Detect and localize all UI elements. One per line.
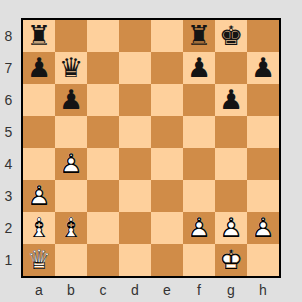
square-g4[interactable] xyxy=(215,148,247,180)
file-label-b: b xyxy=(55,280,87,300)
square-b1[interactable] xyxy=(55,244,87,276)
square-g7[interactable] xyxy=(215,52,247,84)
square-a3[interactable]: ♟♙ xyxy=(23,180,55,212)
chess-diagram: ♜♜♚♟♛♟♟♟♟♟♙♟♙♝♗♝♗♟♙♟♙♟♙♛♕♚♔ 87654321abcd… xyxy=(0,0,302,302)
square-e3[interactable] xyxy=(151,180,183,212)
king-outline-glyph: ♔ xyxy=(215,244,247,276)
white-pawn[interactable]: ♟♙ xyxy=(183,212,215,244)
white-king[interactable]: ♚♔ xyxy=(215,244,247,276)
pawn-glyph: ♟ xyxy=(183,212,215,244)
square-d2[interactable] xyxy=(119,212,151,244)
square-d6[interactable] xyxy=(119,84,151,116)
rook-glyph: ♜ xyxy=(183,20,215,52)
white-pawn[interactable]: ♟♙ xyxy=(247,212,279,244)
white-pawn[interactable]: ♟♙ xyxy=(55,148,87,180)
square-c7[interactable] xyxy=(87,52,119,84)
square-a5[interactable] xyxy=(23,116,55,148)
square-h7[interactable]: ♟ xyxy=(247,52,279,84)
square-b3[interactable] xyxy=(55,180,87,212)
file-label-f: f xyxy=(183,280,215,300)
pawn-glyph: ♟ xyxy=(247,212,279,244)
rank-label-8: 8 xyxy=(0,20,17,52)
square-e8[interactable] xyxy=(151,20,183,52)
file-label-e: e xyxy=(151,280,183,300)
square-e1[interactable] xyxy=(151,244,183,276)
square-c6[interactable] xyxy=(87,84,119,116)
rank-label-1: 1 xyxy=(0,244,17,276)
square-c4[interactable] xyxy=(87,148,119,180)
pawn-glyph: ♟ xyxy=(55,148,87,180)
square-e4[interactable] xyxy=(151,148,183,180)
square-h1[interactable] xyxy=(247,244,279,276)
pawn-glyph: ♟ xyxy=(55,84,87,116)
square-g2[interactable]: ♟♙ xyxy=(215,212,247,244)
square-b2[interactable]: ♝♗ xyxy=(55,212,87,244)
black-pawn[interactable]: ♟ xyxy=(23,52,55,84)
bishop-outline-glyph: ♗ xyxy=(55,212,87,244)
bishop-glyph: ♝ xyxy=(55,212,87,244)
square-b6[interactable]: ♟ xyxy=(55,84,87,116)
rook-glyph: ♜ xyxy=(23,20,55,52)
square-d4[interactable] xyxy=(119,148,151,180)
square-h4[interactable] xyxy=(247,148,279,180)
square-f3[interactable] xyxy=(183,180,215,212)
pawn-glyph: ♟ xyxy=(23,180,55,212)
square-b8[interactable] xyxy=(55,20,87,52)
pawn-outline-glyph: ♙ xyxy=(215,212,247,244)
white-bishop[interactable]: ♝♗ xyxy=(55,212,87,244)
square-f1[interactable] xyxy=(183,244,215,276)
black-pawn[interactable]: ♟ xyxy=(215,84,247,116)
black-rook[interactable]: ♜ xyxy=(23,20,55,52)
square-b7[interactable]: ♛ xyxy=(55,52,87,84)
square-g3[interactable] xyxy=(215,180,247,212)
bishop-outline-glyph: ♗ xyxy=(23,212,55,244)
square-c5[interactable] xyxy=(87,116,119,148)
square-g6[interactable]: ♟ xyxy=(215,84,247,116)
file-label-d: d xyxy=(119,280,151,300)
pawn-outline-glyph: ♙ xyxy=(23,180,55,212)
pawn-glyph: ♟ xyxy=(247,52,279,84)
square-c2[interactable] xyxy=(87,212,119,244)
black-queen[interactable]: ♛ xyxy=(55,52,87,84)
file-label-h: h xyxy=(247,280,279,300)
square-c8[interactable] xyxy=(87,20,119,52)
square-g5[interactable] xyxy=(215,116,247,148)
pawn-glyph: ♟ xyxy=(23,52,55,84)
white-pawn[interactable]: ♟♙ xyxy=(23,180,55,212)
file-label-a: a xyxy=(23,280,55,300)
square-a2[interactable]: ♝♗ xyxy=(23,212,55,244)
square-d1[interactable] xyxy=(119,244,151,276)
rank-label-2: 2 xyxy=(0,212,17,244)
queen-glyph: ♛ xyxy=(55,52,87,84)
king-glyph: ♚ xyxy=(215,20,247,52)
file-label-c: c xyxy=(87,280,119,300)
black-rook[interactable]: ♜ xyxy=(183,20,215,52)
square-g8[interactable]: ♚ xyxy=(215,20,247,52)
square-h2[interactable]: ♟♙ xyxy=(247,212,279,244)
pawn-outline-glyph: ♙ xyxy=(183,212,215,244)
pawn-outline-glyph: ♙ xyxy=(55,148,87,180)
square-e2[interactable] xyxy=(151,212,183,244)
square-b4[interactable]: ♟♙ xyxy=(55,148,87,180)
king-glyph: ♚ xyxy=(215,244,247,276)
queen-outline-glyph: ♕ xyxy=(23,244,55,276)
square-a8[interactable]: ♜ xyxy=(23,20,55,52)
rank-label-3: 3 xyxy=(0,180,17,212)
black-king[interactable]: ♚ xyxy=(215,20,247,52)
square-h6[interactable] xyxy=(247,84,279,116)
square-a1[interactable]: ♛♕ xyxy=(23,244,55,276)
chess-board: ♜♜♚♟♛♟♟♟♟♟♙♟♙♝♗♝♗♟♙♟♙♟♙♛♕♚♔ xyxy=(21,18,281,278)
square-d7[interactable] xyxy=(119,52,151,84)
rank-label-6: 6 xyxy=(0,84,17,116)
square-f4[interactable] xyxy=(183,148,215,180)
white-bishop[interactable]: ♝♗ xyxy=(23,212,55,244)
square-f2[interactable]: ♟♙ xyxy=(183,212,215,244)
square-f7[interactable]: ♟ xyxy=(183,52,215,84)
square-h3[interactable] xyxy=(247,180,279,212)
square-g1[interactable]: ♚♔ xyxy=(215,244,247,276)
square-e6[interactable] xyxy=(151,84,183,116)
rank-label-4: 4 xyxy=(0,148,17,180)
queen-glyph: ♛ xyxy=(23,244,55,276)
white-pawn[interactable]: ♟♙ xyxy=(215,212,247,244)
black-pawn[interactable]: ♟ xyxy=(55,84,87,116)
square-h8[interactable] xyxy=(247,20,279,52)
file-label-g: g xyxy=(215,280,247,300)
square-e7[interactable] xyxy=(151,52,183,84)
square-f5[interactable] xyxy=(183,116,215,148)
pawn-glyph: ♟ xyxy=(183,52,215,84)
square-f8[interactable]: ♜ xyxy=(183,20,215,52)
square-b5[interactable] xyxy=(55,116,87,148)
square-c3[interactable] xyxy=(87,180,119,212)
square-d3[interactable] xyxy=(119,180,151,212)
pawn-glyph: ♟ xyxy=(215,84,247,116)
bishop-glyph: ♝ xyxy=(23,212,55,244)
rank-label-7: 7 xyxy=(0,52,17,84)
white-queen[interactable]: ♛♕ xyxy=(23,244,55,276)
square-c1[interactable] xyxy=(87,244,119,276)
pawn-glyph: ♟ xyxy=(215,212,247,244)
square-a4[interactable] xyxy=(23,148,55,180)
pawn-outline-glyph: ♙ xyxy=(247,212,279,244)
rank-label-5: 5 xyxy=(0,116,17,148)
square-e5[interactable] xyxy=(151,116,183,148)
square-a7[interactable]: ♟ xyxy=(23,52,55,84)
black-pawn[interactable]: ♟ xyxy=(247,52,279,84)
square-a6[interactable] xyxy=(23,84,55,116)
square-d5[interactable] xyxy=(119,116,151,148)
square-f6[interactable] xyxy=(183,84,215,116)
square-h5[interactable] xyxy=(247,116,279,148)
square-d8[interactable] xyxy=(119,20,151,52)
black-pawn[interactable]: ♟ xyxy=(183,52,215,84)
